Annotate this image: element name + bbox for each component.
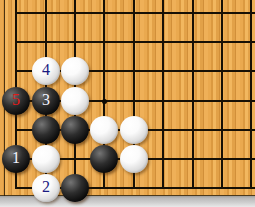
grid-line-row-6: [15, 41, 255, 43]
stone-black-B4: 3: [32, 87, 60, 115]
stone-white-E3: [120, 116, 148, 144]
stone-white-B2: [32, 145, 60, 173]
stone-black-D2: [90, 145, 118, 173]
stone-white-C4: [61, 87, 89, 115]
stone-black-C1: [61, 174, 89, 202]
grid-line-row-7: [15, 12, 255, 14]
stone-black-A4: 5: [2, 87, 30, 115]
move-number-3: 3: [42, 92, 50, 108]
stone-white-D3: [90, 116, 118, 144]
grid-line-col-H: [221, 0, 223, 189]
move-number-5: 5: [12, 92, 20, 108]
move-number-1: 1: [12, 150, 20, 166]
stone-black-C3: [61, 116, 89, 144]
grid-line-col-G: [192, 0, 194, 189]
stone-white-B5: 4: [32, 57, 60, 85]
hoshi-D4: [102, 99, 107, 104]
stone-white-C5: [61, 57, 89, 85]
stone-white-B1: 2: [32, 174, 60, 202]
grid-line-col-F: [162, 0, 164, 189]
stone-black-A2: 1: [2, 145, 30, 173]
grid-line-col-J: [250, 0, 252, 189]
go-diagram: 45312: [0, 0, 255, 207]
stone-black-B3: [32, 116, 60, 144]
stone-white-E2: [120, 145, 148, 173]
move-number-2: 2: [42, 179, 50, 195]
move-number-4: 4: [42, 62, 50, 78]
